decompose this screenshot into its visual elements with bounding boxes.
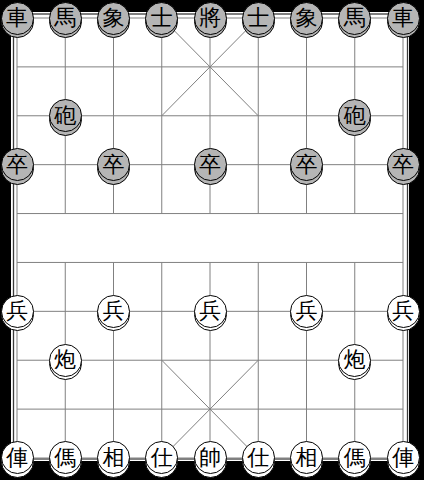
point-h7[interactable] [331, 140, 379, 189]
point-h1[interactable]: 傌 [331, 433, 379, 480]
point-g7[interactable]: 卒 [282, 140, 330, 189]
red-chariot-a1[interactable]: 俥 [1, 441, 34, 474]
point-b2[interactable] [41, 385, 89, 434]
point-d9[interactable] [138, 42, 186, 91]
piece-face: 炮 [49, 344, 82, 377]
point-f6[interactable] [234, 189, 282, 238]
red-elephant-c1[interactable]: 相 [97, 441, 130, 474]
point-f4[interactable] [234, 287, 282, 336]
point-i6[interactable] [379, 189, 424, 238]
black-general-e10[interactable]: 將 [194, 2, 227, 35]
piece-face: 兵 [387, 295, 420, 328]
point-d5[interactable] [138, 238, 186, 287]
point-i2[interactable] [379, 385, 424, 434]
point-g10[interactable]: 象 [282, 0, 330, 42]
red-soldier-a4[interactable]: 兵 [1, 295, 34, 328]
point-g8[interactable] [282, 91, 330, 140]
black-soldier-i7[interactable]: 卒 [387, 148, 420, 181]
point-f8[interactable] [234, 91, 282, 140]
point-e2[interactable] [186, 385, 234, 434]
point-d6[interactable] [138, 189, 186, 238]
point-g1[interactable]: 相 [282, 433, 330, 480]
point-d4[interactable] [138, 287, 186, 336]
point-h10[interactable]: 馬 [331, 0, 379, 42]
black-soldier-g7[interactable]: 卒 [290, 148, 323, 181]
point-c2[interactable] [89, 385, 137, 434]
point-c7[interactable]: 卒 [89, 140, 137, 189]
piece-face: 士 [242, 2, 275, 35]
point-g2[interactable] [282, 385, 330, 434]
point-b3[interactable]: 炮 [41, 336, 89, 385]
point-e6[interactable] [186, 189, 234, 238]
red-horse-b1[interactable]: 傌 [49, 441, 82, 474]
piece-face: 帥 [194, 441, 227, 474]
black-advisor-d10[interactable]: 士 [145, 2, 178, 35]
point-b6[interactable] [41, 189, 89, 238]
point-a8[interactable] [0, 91, 41, 140]
piece-face: 兵 [290, 295, 323, 328]
point-b10[interactable]: 馬 [41, 0, 89, 42]
point-c9[interactable] [89, 42, 137, 91]
piece-face: 車 [1, 2, 34, 35]
point-e9[interactable] [186, 42, 234, 91]
point-h4[interactable] [331, 287, 379, 336]
point-b5[interactable] [41, 238, 89, 287]
point-i10[interactable]: 車 [379, 0, 424, 42]
point-a4[interactable]: 兵 [0, 287, 41, 336]
board-grid: 車馬象士將士象馬車砲砲卒卒卒卒卒兵兵兵兵兵炮炮俥傌相仕帥仕相傌俥 [0, 0, 424, 480]
red-cannon-b3[interactable]: 炮 [49, 344, 82, 377]
red-general-e1[interactable]: 帥 [194, 441, 227, 474]
piece-face: 砲 [49, 99, 82, 132]
piece-face: 俥 [1, 441, 34, 474]
point-i8[interactable] [379, 91, 424, 140]
point-c3[interactable] [89, 336, 137, 385]
point-h3[interactable]: 炮 [331, 336, 379, 385]
point-e4[interactable]: 兵 [186, 287, 234, 336]
black-advisor-f10[interactable]: 士 [242, 2, 275, 35]
point-f5[interactable] [234, 238, 282, 287]
black-soldier-c7[interactable]: 卒 [97, 148, 130, 181]
piece-face: 兵 [97, 295, 130, 328]
point-i7[interactable]: 卒 [379, 140, 424, 189]
red-cannon-h3[interactable]: 炮 [338, 344, 371, 377]
point-f10[interactable]: 士 [234, 0, 282, 42]
point-g6[interactable] [282, 189, 330, 238]
point-g4[interactable]: 兵 [282, 287, 330, 336]
point-c8[interactable] [89, 91, 137, 140]
point-a7[interactable]: 卒 [0, 140, 41, 189]
black-horse-h10[interactable]: 馬 [338, 2, 371, 35]
point-h8[interactable]: 砲 [331, 91, 379, 140]
piece-face: 仕 [242, 441, 275, 474]
point-a2[interactable] [0, 385, 41, 434]
point-e7[interactable]: 卒 [186, 140, 234, 189]
piece-face: 馬 [49, 2, 82, 35]
point-a5[interactable] [0, 238, 41, 287]
point-d10[interactable]: 士 [138, 0, 186, 42]
point-a9[interactable] [0, 42, 41, 91]
black-soldier-a7[interactable]: 卒 [1, 148, 34, 181]
piece-face: 卒 [1, 148, 34, 181]
piece-face: 傌 [49, 441, 82, 474]
piece-face: 俥 [387, 441, 420, 474]
red-advisor-f1[interactable]: 仕 [242, 441, 275, 474]
black-chariot-a10[interactable]: 車 [1, 2, 34, 35]
point-f7[interactable] [234, 140, 282, 189]
point-g5[interactable] [282, 238, 330, 287]
point-b7[interactable] [41, 140, 89, 189]
point-e10[interactable]: 將 [186, 0, 234, 42]
point-c10[interactable]: 象 [89, 0, 137, 42]
black-cannon-h8[interactable]: 砲 [338, 99, 371, 132]
piece-face: 車 [387, 2, 420, 35]
point-a10[interactable]: 車 [0, 0, 41, 42]
black-horse-b10[interactable]: 馬 [49, 2, 82, 35]
point-a3[interactable] [0, 336, 41, 385]
piece-face: 象 [290, 2, 323, 35]
point-i3[interactable] [379, 336, 424, 385]
piece-face: 卒 [97, 148, 130, 181]
black-elephant-g10[interactable]: 象 [290, 2, 323, 35]
red-soldier-e4[interactable]: 兵 [194, 295, 227, 328]
point-b4[interactable] [41, 287, 89, 336]
piece-face: 炮 [338, 344, 371, 377]
black-cannon-b8[interactable]: 砲 [49, 99, 82, 132]
piece-face: 士 [145, 2, 178, 35]
point-i4[interactable]: 兵 [379, 287, 424, 336]
point-i9[interactable] [379, 42, 424, 91]
point-d7[interactable] [138, 140, 186, 189]
point-f9[interactable] [234, 42, 282, 91]
point-b8[interactable]: 砲 [41, 91, 89, 140]
black-soldier-e7[interactable]: 卒 [194, 148, 227, 181]
point-c6[interactable] [89, 189, 137, 238]
point-h2[interactable] [331, 385, 379, 434]
point-i1[interactable]: 俥 [379, 433, 424, 480]
red-chariot-i1[interactable]: 俥 [387, 441, 420, 474]
black-chariot-i10[interactable]: 車 [387, 2, 420, 35]
point-c1[interactable]: 相 [89, 433, 137, 480]
black-elephant-c10[interactable]: 象 [97, 2, 130, 35]
piece-face: 卒 [194, 148, 227, 181]
point-h5[interactable] [331, 238, 379, 287]
red-soldier-g4[interactable]: 兵 [290, 295, 323, 328]
point-i5[interactable] [379, 238, 424, 287]
piece-face: 將 [194, 2, 227, 35]
point-c4[interactable]: 兵 [89, 287, 137, 336]
point-g3[interactable] [282, 336, 330, 385]
xiangqi-board-screen: 車馬象士將士象馬車砲砲卒卒卒卒卒兵兵兵兵兵炮炮俥傌相仕帥仕相傌俥 [0, 0, 424, 480]
piece-face: 卒 [290, 148, 323, 181]
point-b9[interactable] [41, 42, 89, 91]
point-d2[interactable] [138, 385, 186, 434]
point-d1[interactable]: 仕 [138, 433, 186, 480]
point-a6[interactable] [0, 189, 41, 238]
point-d8[interactable] [138, 91, 186, 140]
point-h6[interactable] [331, 189, 379, 238]
red-soldier-c4[interactable]: 兵 [97, 295, 130, 328]
point-e3[interactable] [186, 336, 234, 385]
piece-face: 兵 [194, 295, 227, 328]
piece-face: 象 [97, 2, 130, 35]
point-g9[interactable] [282, 42, 330, 91]
red-soldier-i4[interactable]: 兵 [387, 295, 420, 328]
piece-face: 卒 [387, 148, 420, 181]
point-b1[interactable]: 傌 [41, 433, 89, 480]
point-f2[interactable] [234, 385, 282, 434]
point-f3[interactable] [234, 336, 282, 385]
red-elephant-g1[interactable]: 相 [290, 441, 323, 474]
point-e8[interactable] [186, 91, 234, 140]
point-a1[interactable]: 俥 [0, 433, 41, 480]
red-advisor-d1[interactable]: 仕 [145, 441, 178, 474]
piece-face: 兵 [1, 295, 34, 328]
point-f1[interactable]: 仕 [234, 433, 282, 480]
point-e1[interactable]: 帥 [186, 433, 234, 480]
point-h9[interactable] [331, 42, 379, 91]
point-d3[interactable] [138, 336, 186, 385]
point-c5[interactable] [89, 238, 137, 287]
point-e5[interactable] [186, 238, 234, 287]
red-horse-h1[interactable]: 傌 [338, 441, 371, 474]
piece-face: 馬 [338, 2, 371, 35]
